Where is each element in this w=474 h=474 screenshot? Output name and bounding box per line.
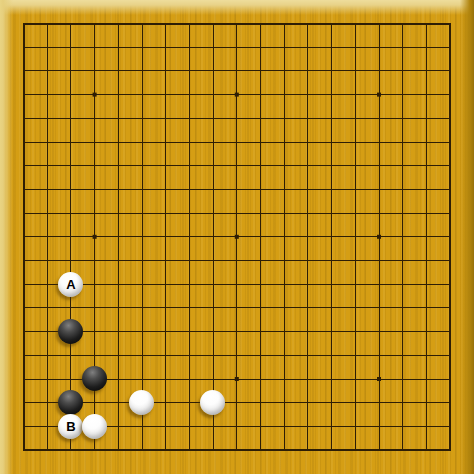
intersection[interactable] — [343, 83, 367, 107]
intersection[interactable] — [106, 343, 130, 367]
intersection[interactable] — [320, 414, 344, 438]
intersection[interactable] — [106, 83, 130, 107]
intersection[interactable] — [35, 343, 59, 367]
intersection[interactable] — [59, 225, 83, 249]
intersection[interactable] — [296, 12, 320, 36]
intersection[interactable] — [130, 201, 154, 225]
intersection[interactable] — [35, 106, 59, 130]
intersection[interactable] — [272, 438, 296, 462]
intersection[interactable] — [320, 201, 344, 225]
intersection[interactable] — [249, 343, 273, 367]
intersection[interactable] — [249, 272, 273, 296]
intersection[interactable] — [320, 59, 344, 83]
intersection[interactable] — [391, 106, 415, 130]
intersection[interactable] — [177, 367, 201, 391]
intersection[interactable] — [130, 367, 154, 391]
intersection[interactable] — [249, 201, 273, 225]
intersection[interactable] — [320, 272, 344, 296]
intersection[interactable] — [106, 225, 130, 249]
intersection[interactable] — [83, 154, 107, 178]
intersection[interactable] — [272, 130, 296, 154]
intersection[interactable] — [391, 154, 415, 178]
intersection[interactable] — [59, 106, 83, 130]
intersection[interactable] — [154, 391, 178, 415]
intersection[interactable] — [414, 272, 438, 296]
intersection[interactable] — [177, 391, 201, 415]
intersection[interactable] — [225, 438, 249, 462]
intersection[interactable] — [367, 12, 391, 36]
intersection[interactable] — [414, 201, 438, 225]
intersection[interactable] — [35, 154, 59, 178]
intersection[interactable] — [343, 177, 367, 201]
intersection[interactable]: A — [59, 272, 83, 296]
intersection[interactable] — [438, 249, 462, 273]
intersection[interactable] — [320, 320, 344, 344]
intersection[interactable] — [177, 296, 201, 320]
intersection[interactable] — [320, 177, 344, 201]
intersection[interactable] — [296, 249, 320, 273]
intersection[interactable] — [367, 225, 391, 249]
intersection[interactable] — [12, 12, 36, 36]
intersection[interactable] — [438, 272, 462, 296]
intersection[interactable] — [438, 414, 462, 438]
intersection[interactable] — [225, 177, 249, 201]
intersection[interactable] — [391, 438, 415, 462]
intersection[interactable] — [438, 130, 462, 154]
intersection[interactable] — [83, 12, 107, 36]
intersection[interactable] — [35, 320, 59, 344]
intersection[interactable] — [367, 438, 391, 462]
intersection[interactable] — [391, 201, 415, 225]
intersection[interactable] — [320, 343, 344, 367]
intersection[interactable] — [177, 130, 201, 154]
intersection[interactable] — [83, 106, 107, 130]
intersection[interactable] — [225, 201, 249, 225]
intersection[interactable] — [296, 343, 320, 367]
intersection[interactable] — [12, 320, 36, 344]
intersection[interactable] — [154, 320, 178, 344]
intersection[interactable] — [59, 391, 83, 415]
intersection[interactable]: B — [59, 414, 83, 438]
intersection[interactable] — [83, 343, 107, 367]
intersection[interactable] — [414, 391, 438, 415]
intersection[interactable] — [391, 296, 415, 320]
intersection[interactable] — [367, 249, 391, 273]
intersection[interactable] — [177, 35, 201, 59]
intersection[interactable] — [320, 438, 344, 462]
intersection[interactable] — [177, 343, 201, 367]
intersection[interactable] — [438, 12, 462, 36]
intersection[interactable] — [201, 367, 225, 391]
intersection[interactable] — [272, 391, 296, 415]
intersection[interactable] — [106, 130, 130, 154]
intersection[interactable] — [201, 343, 225, 367]
intersection[interactable] — [59, 35, 83, 59]
intersection[interactable] — [12, 59, 36, 83]
intersection[interactable] — [106, 272, 130, 296]
intersection[interactable] — [12, 130, 36, 154]
intersection[interactable] — [343, 154, 367, 178]
intersection[interactable] — [154, 83, 178, 107]
intersection[interactable] — [414, 177, 438, 201]
intersection[interactable] — [12, 391, 36, 415]
intersection[interactable] — [249, 367, 273, 391]
intersection[interactable] — [438, 438, 462, 462]
intersection[interactable] — [154, 249, 178, 273]
intersection[interactable] — [177, 12, 201, 36]
intersection[interactable] — [225, 130, 249, 154]
intersection[interactable] — [59, 249, 83, 273]
intersection[interactable] — [177, 414, 201, 438]
intersection[interactable] — [59, 154, 83, 178]
intersection[interactable] — [12, 154, 36, 178]
intersection[interactable] — [272, 414, 296, 438]
intersection[interactable] — [414, 12, 438, 36]
intersection[interactable] — [225, 225, 249, 249]
intersection[interactable] — [367, 106, 391, 130]
intersection[interactable] — [201, 12, 225, 36]
intersection[interactable] — [367, 130, 391, 154]
intersection[interactable] — [201, 154, 225, 178]
intersection[interactable] — [83, 391, 107, 415]
intersection[interactable] — [225, 367, 249, 391]
intersection[interactable] — [414, 35, 438, 59]
intersection[interactable] — [414, 130, 438, 154]
intersection[interactable] — [343, 320, 367, 344]
intersection[interactable] — [367, 272, 391, 296]
intersection[interactable] — [249, 177, 273, 201]
intersection[interactable] — [130, 391, 154, 415]
intersection[interactable] — [59, 83, 83, 107]
intersection[interactable] — [225, 296, 249, 320]
intersection[interactable] — [272, 106, 296, 130]
intersection[interactable] — [249, 59, 273, 83]
intersection[interactable] — [83, 249, 107, 273]
intersection[interactable] — [83, 438, 107, 462]
intersection[interactable] — [83, 320, 107, 344]
intersection[interactable] — [35, 438, 59, 462]
intersection[interactable] — [201, 177, 225, 201]
intersection[interactable] — [296, 438, 320, 462]
intersection[interactable] — [320, 391, 344, 415]
intersection[interactable] — [320, 225, 344, 249]
intersection[interactable] — [201, 249, 225, 273]
intersection[interactable] — [154, 130, 178, 154]
intersection[interactable] — [83, 414, 107, 438]
intersection[interactable] — [438, 35, 462, 59]
intersection[interactable] — [177, 106, 201, 130]
intersection[interactable] — [438, 343, 462, 367]
intersection[interactable] — [177, 438, 201, 462]
intersection[interactable] — [367, 177, 391, 201]
intersection[interactable] — [296, 83, 320, 107]
intersection[interactable] — [414, 59, 438, 83]
intersection[interactable] — [35, 177, 59, 201]
intersection[interactable] — [296, 414, 320, 438]
intersection[interactable] — [201, 296, 225, 320]
intersection[interactable] — [225, 83, 249, 107]
intersection[interactable] — [201, 83, 225, 107]
intersection[interactable] — [343, 201, 367, 225]
intersection[interactable] — [296, 272, 320, 296]
intersection[interactable] — [154, 438, 178, 462]
intersection[interactable] — [391, 391, 415, 415]
intersection[interactable] — [272, 272, 296, 296]
intersection[interactable] — [106, 177, 130, 201]
intersection[interactable] — [59, 367, 83, 391]
intersection[interactable] — [201, 320, 225, 344]
intersection[interactable] — [414, 296, 438, 320]
intersection[interactable] — [130, 35, 154, 59]
intersection[interactable] — [249, 106, 273, 130]
intersection[interactable] — [414, 438, 438, 462]
intersection[interactable] — [391, 35, 415, 59]
intersection[interactable] — [296, 320, 320, 344]
intersection[interactable] — [249, 414, 273, 438]
intersection[interactable] — [343, 296, 367, 320]
intersection[interactable] — [154, 367, 178, 391]
intersection[interactable] — [438, 154, 462, 178]
intersection[interactable] — [272, 154, 296, 178]
intersection[interactable] — [12, 272, 36, 296]
intersection[interactable] — [438, 106, 462, 130]
intersection[interactable] — [83, 83, 107, 107]
intersection[interactable] — [391, 177, 415, 201]
intersection[interactable] — [343, 414, 367, 438]
intersection[interactable] — [414, 154, 438, 178]
intersection[interactable] — [343, 367, 367, 391]
intersection[interactable] — [177, 154, 201, 178]
intersection[interactable] — [367, 83, 391, 107]
intersection[interactable] — [106, 414, 130, 438]
intersection[interactable] — [130, 83, 154, 107]
intersection[interactable] — [35, 12, 59, 36]
intersection[interactable] — [83, 367, 107, 391]
intersection[interactable] — [249, 438, 273, 462]
intersection[interactable] — [154, 12, 178, 36]
intersection[interactable] — [343, 106, 367, 130]
intersection[interactable] — [130, 225, 154, 249]
intersection[interactable] — [154, 272, 178, 296]
intersection[interactable] — [12, 177, 36, 201]
intersection[interactable] — [296, 154, 320, 178]
intersection[interactable] — [130, 130, 154, 154]
intersection[interactable] — [106, 106, 130, 130]
intersection[interactable] — [414, 249, 438, 273]
intersection[interactable] — [320, 130, 344, 154]
intersection[interactable] — [343, 35, 367, 59]
intersection[interactable] — [35, 201, 59, 225]
intersection[interactable] — [201, 106, 225, 130]
intersection[interactable] — [320, 35, 344, 59]
intersection[interactable] — [320, 296, 344, 320]
intersection[interactable] — [320, 154, 344, 178]
intersection[interactable] — [343, 225, 367, 249]
intersection[interactable] — [59, 177, 83, 201]
intersection[interactable] — [177, 320, 201, 344]
intersection[interactable] — [367, 296, 391, 320]
intersection[interactable] — [438, 391, 462, 415]
intersection[interactable] — [12, 438, 36, 462]
intersection[interactable] — [177, 83, 201, 107]
intersection[interactable] — [59, 130, 83, 154]
intersection[interactable] — [83, 59, 107, 83]
intersection[interactable] — [130, 296, 154, 320]
intersection[interactable] — [59, 343, 83, 367]
intersection[interactable] — [201, 438, 225, 462]
intersection[interactable] — [154, 35, 178, 59]
intersection[interactable] — [12, 296, 36, 320]
intersection[interactable] — [272, 343, 296, 367]
intersection[interactable] — [154, 414, 178, 438]
intersection[interactable] — [272, 296, 296, 320]
intersection[interactable] — [249, 225, 273, 249]
intersection[interactable] — [438, 83, 462, 107]
intersection[interactable] — [59, 59, 83, 83]
intersection[interactable] — [438, 201, 462, 225]
intersection[interactable] — [201, 201, 225, 225]
intersection[interactable] — [367, 320, 391, 344]
intersection[interactable] — [201, 59, 225, 83]
intersection[interactable] — [106, 296, 130, 320]
intersection[interactable] — [35, 35, 59, 59]
intersection[interactable] — [343, 391, 367, 415]
intersection[interactable] — [106, 438, 130, 462]
intersection[interactable] — [154, 59, 178, 83]
intersection[interactable] — [296, 225, 320, 249]
intersection[interactable] — [35, 367, 59, 391]
intersection[interactable] — [367, 414, 391, 438]
intersection[interactable] — [177, 177, 201, 201]
intersection[interactable] — [59, 201, 83, 225]
intersection[interactable] — [272, 12, 296, 36]
intersection[interactable] — [343, 59, 367, 83]
intersection[interactable] — [106, 201, 130, 225]
intersection[interactable] — [249, 35, 273, 59]
intersection[interactable] — [225, 12, 249, 36]
intersection[interactable] — [201, 35, 225, 59]
intersection[interactable] — [154, 225, 178, 249]
intersection[interactable] — [414, 83, 438, 107]
intersection[interactable] — [414, 320, 438, 344]
intersection[interactable] — [414, 343, 438, 367]
intersection[interactable] — [35, 296, 59, 320]
intersection[interactable] — [12, 225, 36, 249]
intersection[interactable] — [272, 201, 296, 225]
intersection[interactable] — [438, 296, 462, 320]
intersection[interactable] — [296, 391, 320, 415]
intersection[interactable] — [320, 367, 344, 391]
intersection[interactable] — [320, 83, 344, 107]
intersection[interactable] — [367, 201, 391, 225]
intersection[interactable] — [154, 177, 178, 201]
intersection[interactable] — [83, 177, 107, 201]
intersection[interactable] — [272, 320, 296, 344]
intersection[interactable] — [414, 367, 438, 391]
intersection[interactable] — [391, 320, 415, 344]
intersection[interactable] — [35, 391, 59, 415]
intersection[interactable] — [154, 106, 178, 130]
intersection[interactable] — [154, 296, 178, 320]
intersection[interactable] — [12, 367, 36, 391]
intersection[interactable] — [201, 225, 225, 249]
intersection[interactable] — [296, 59, 320, 83]
intersection[interactable] — [343, 438, 367, 462]
intersection[interactable] — [35, 130, 59, 154]
intersection[interactable] — [343, 249, 367, 273]
intersection[interactable] — [130, 106, 154, 130]
intersection[interactable] — [83, 272, 107, 296]
intersection[interactable] — [391, 272, 415, 296]
intersection[interactable] — [249, 130, 273, 154]
intersection[interactable] — [249, 83, 273, 107]
intersection[interactable] — [272, 35, 296, 59]
intersection[interactable] — [12, 201, 36, 225]
intersection[interactable] — [296, 130, 320, 154]
intersection[interactable] — [201, 391, 225, 415]
intersection[interactable] — [12, 249, 36, 273]
intersection[interactable] — [367, 391, 391, 415]
intersection[interactable] — [296, 106, 320, 130]
intersection[interactable] — [343, 12, 367, 36]
intersection[interactable] — [130, 154, 154, 178]
intersection[interactable] — [154, 154, 178, 178]
intersection[interactable] — [296, 367, 320, 391]
intersection[interactable] — [249, 249, 273, 273]
intersection[interactable] — [106, 154, 130, 178]
intersection[interactable] — [391, 249, 415, 273]
intersection[interactable] — [225, 249, 249, 273]
intersection[interactable] — [35, 414, 59, 438]
intersection[interactable] — [320, 249, 344, 273]
intersection[interactable] — [225, 154, 249, 178]
intersection[interactable] — [201, 414, 225, 438]
intersection[interactable] — [130, 438, 154, 462]
intersection[interactable] — [201, 272, 225, 296]
intersection[interactable] — [12, 343, 36, 367]
intersection[interactable] — [391, 130, 415, 154]
intersection[interactable] — [106, 367, 130, 391]
intersection[interactable] — [249, 296, 273, 320]
intersection[interactable] — [272, 83, 296, 107]
intersection[interactable] — [272, 367, 296, 391]
intersection[interactable] — [106, 391, 130, 415]
intersection[interactable] — [438, 320, 462, 344]
intersection[interactable] — [130, 59, 154, 83]
intersection[interactable] — [154, 343, 178, 367]
intersection[interactable] — [130, 272, 154, 296]
intersection[interactable] — [177, 225, 201, 249]
intersection[interactable] — [438, 177, 462, 201]
intersection[interactable] — [296, 177, 320, 201]
intersection[interactable] — [249, 320, 273, 344]
intersection[interactable] — [225, 272, 249, 296]
intersection[interactable] — [272, 249, 296, 273]
intersection[interactable] — [130, 249, 154, 273]
intersection[interactable] — [320, 12, 344, 36]
intersection[interactable] — [320, 106, 344, 130]
intersection[interactable] — [35, 225, 59, 249]
intersection[interactable] — [343, 130, 367, 154]
intersection[interactable] — [59, 296, 83, 320]
intersection[interactable] — [272, 177, 296, 201]
intersection[interactable] — [106, 320, 130, 344]
intersection[interactable] — [106, 12, 130, 36]
intersection[interactable] — [225, 320, 249, 344]
intersection[interactable] — [391, 12, 415, 36]
intersection[interactable] — [177, 59, 201, 83]
intersection[interactable] — [106, 35, 130, 59]
